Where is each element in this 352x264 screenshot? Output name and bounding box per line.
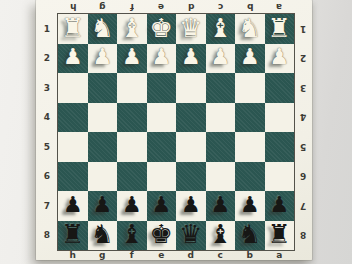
square-h4[interactable] xyxy=(58,103,88,133)
square-c7[interactable]: ♟ xyxy=(206,191,236,221)
square-a3[interactable] xyxy=(265,73,295,103)
file-label-bottom-a: a xyxy=(265,250,295,260)
square-f1[interactable]: ♝ xyxy=(117,14,147,44)
square-g3[interactable] xyxy=(88,73,118,103)
square-c3[interactable] xyxy=(206,73,236,103)
file-label-bottom-c: c xyxy=(206,250,236,260)
piece-black-pawn[interactable]: ♟ xyxy=(92,194,112,216)
rank-label-right-3: 3 xyxy=(294,73,312,103)
piece-black-bishop[interactable]: ♝ xyxy=(120,221,143,247)
square-e4[interactable] xyxy=(147,103,177,133)
piece-black-pawn[interactable]: ♟ xyxy=(122,194,142,216)
square-d7[interactable]: ♟ xyxy=(176,191,206,221)
rank-label-right-7: 7 xyxy=(294,191,312,221)
square-g5[interactable] xyxy=(88,132,118,162)
square-f4[interactable] xyxy=(117,103,147,133)
square-h5[interactable] xyxy=(58,132,88,162)
rank-label-right-2: 2 xyxy=(294,44,312,74)
piece-white-bishop[interactable]: ♝ xyxy=(120,15,143,41)
square-h8[interactable]: ♜ xyxy=(58,221,88,251)
square-h3[interactable] xyxy=(58,73,88,103)
piece-white-pawn[interactable]: ♟ xyxy=(240,46,260,68)
piece-black-pawn[interactable]: ♟ xyxy=(269,194,289,216)
piece-white-pawn[interactable]: ♟ xyxy=(122,46,142,68)
square-c1[interactable]: ♝ xyxy=(206,14,236,44)
piece-white-bishop[interactable]: ♝ xyxy=(209,15,232,41)
square-c2[interactable]: ♟ xyxy=(206,44,236,74)
piece-white-rook[interactable]: ♜ xyxy=(268,15,291,41)
rank-label-right-8: 8 xyxy=(294,221,312,251)
rank-label-left-5: 5 xyxy=(36,132,58,162)
square-a1[interactable]: ♜ xyxy=(265,14,295,44)
piece-black-queen[interactable]: ♛ xyxy=(179,221,202,247)
square-c6[interactable] xyxy=(206,162,236,192)
square-d6[interactable] xyxy=(176,162,206,192)
piece-black-pawn[interactable]: ♟ xyxy=(151,194,171,216)
square-f7[interactable]: ♟ xyxy=(117,191,147,221)
piece-white-pawn[interactable]: ♟ xyxy=(181,46,201,68)
piece-black-pawn[interactable]: ♟ xyxy=(240,194,260,216)
square-b2[interactable]: ♟ xyxy=(235,44,265,74)
square-c4[interactable] xyxy=(206,103,236,133)
square-g6[interactable] xyxy=(88,162,118,192)
piece-black-knight[interactable]: ♞ xyxy=(238,221,261,247)
piece-white-knight[interactable]: ♞ xyxy=(238,15,261,41)
square-b6[interactable] xyxy=(235,162,265,192)
photo-background: hgfedcba hgfedcba 12345678 12345678 ♜♞♝♚… xyxy=(0,0,352,264)
square-g4[interactable] xyxy=(88,103,118,133)
square-a2[interactable]: ♟ xyxy=(265,44,295,74)
square-c5[interactable] xyxy=(206,132,236,162)
rank-label-left-4: 4 xyxy=(36,103,58,133)
square-b1[interactable]: ♞ xyxy=(235,14,265,44)
piece-black-rook[interactable]: ♜ xyxy=(268,221,291,247)
square-e1[interactable]: ♚ xyxy=(147,14,177,44)
square-f2[interactable]: ♟ xyxy=(117,44,147,74)
square-h1[interactable]: ♜ xyxy=(58,14,88,44)
square-f8[interactable]: ♝ xyxy=(117,221,147,251)
file-label-bottom-f: f xyxy=(117,250,147,260)
square-b5[interactable] xyxy=(235,132,265,162)
file-label-bottom-h: h xyxy=(58,250,88,260)
file-label-bottom-b: b xyxy=(235,250,265,260)
square-a6[interactable] xyxy=(265,162,295,192)
chess-board: hgfedcba hgfedcba 12345678 12345678 ♜♞♝♚… xyxy=(36,0,312,260)
square-e7[interactable]: ♟ xyxy=(147,191,177,221)
rank-label-left-2: 2 xyxy=(36,44,58,74)
square-g7[interactable]: ♟ xyxy=(88,191,118,221)
square-e5[interactable] xyxy=(147,132,177,162)
rank-label-left-7: 7 xyxy=(36,191,58,221)
square-f5[interactable] xyxy=(117,132,147,162)
square-a7[interactable]: ♟ xyxy=(265,191,295,221)
square-h7[interactable]: ♟ xyxy=(58,191,88,221)
rank-labels-left: 12345678 xyxy=(36,14,58,250)
square-g1[interactable]: ♞ xyxy=(88,14,118,44)
piece-black-king[interactable]: ♚ xyxy=(150,221,173,247)
square-a4[interactable] xyxy=(265,103,295,133)
rank-label-left-1: 1 xyxy=(36,14,58,44)
square-b7[interactable]: ♟ xyxy=(235,191,265,221)
square-b3[interactable] xyxy=(235,73,265,103)
board-squares: ♜♞♝♚♛♝♞♜♟♟♟♟♟♟♟♟♟♟♟♟♟♟♟♟♜♞♝♚♛♝♞♜ xyxy=(58,14,294,250)
piece-white-pawn[interactable]: ♟ xyxy=(92,46,112,68)
piece-white-rook[interactable]: ♜ xyxy=(61,15,84,41)
square-d2[interactable]: ♟ xyxy=(176,44,206,74)
square-g2[interactable]: ♟ xyxy=(88,44,118,74)
piece-black-bishop[interactable]: ♝ xyxy=(209,221,232,247)
square-a8[interactable]: ♜ xyxy=(265,221,295,251)
piece-white-pawn[interactable]: ♟ xyxy=(210,46,230,68)
square-c8[interactable]: ♝ xyxy=(206,221,236,251)
square-d1[interactable]: ♛ xyxy=(176,14,206,44)
piece-black-pawn[interactable]: ♟ xyxy=(63,194,83,216)
square-b4[interactable] xyxy=(235,103,265,133)
square-d3[interactable] xyxy=(176,73,206,103)
file-label-bottom-d: d xyxy=(176,250,206,260)
square-h2[interactable]: ♟ xyxy=(58,44,88,74)
rank-label-right-1: 1 xyxy=(294,14,312,44)
rank-label-right-6: 6 xyxy=(294,162,312,192)
piece-white-knight[interactable]: ♞ xyxy=(91,15,114,41)
square-e2[interactable]: ♟ xyxy=(147,44,177,74)
square-g8[interactable]: ♞ xyxy=(88,221,118,251)
square-d8[interactable]: ♛ xyxy=(176,221,206,251)
piece-black-pawn[interactable]: ♟ xyxy=(210,194,230,216)
square-d5[interactable] xyxy=(176,132,206,162)
piece-white-pawn[interactable]: ♟ xyxy=(151,46,171,68)
piece-white-king[interactable]: ♚ xyxy=(150,15,173,41)
square-e6[interactable] xyxy=(147,162,177,192)
rank-label-right-5: 5 xyxy=(294,132,312,162)
piece-white-pawn[interactable]: ♟ xyxy=(63,46,83,68)
square-f6[interactable] xyxy=(117,162,147,192)
file-label-bottom-g: g xyxy=(88,250,118,260)
square-f3[interactable] xyxy=(117,73,147,103)
square-e3[interactable] xyxy=(147,73,177,103)
piece-black-knight[interactable]: ♞ xyxy=(91,221,114,247)
piece-white-queen[interactable]: ♛ xyxy=(179,15,202,41)
square-a5[interactable] xyxy=(265,132,295,162)
rank-label-left-6: 6 xyxy=(36,162,58,192)
file-labels-bottom: hgfedcba xyxy=(58,250,294,260)
piece-black-pawn[interactable]: ♟ xyxy=(181,194,201,216)
square-b8[interactable]: ♞ xyxy=(235,221,265,251)
rank-label-left-8: 8 xyxy=(36,221,58,251)
piece-black-rook[interactable]: ♜ xyxy=(61,221,84,247)
square-d4[interactable] xyxy=(176,103,206,133)
square-e8[interactable]: ♚ xyxy=(147,221,177,251)
file-label-bottom-e: e xyxy=(147,250,177,260)
square-h6[interactable] xyxy=(58,162,88,192)
piece-white-pawn[interactable]: ♟ xyxy=(269,46,289,68)
rank-label-left-3: 3 xyxy=(36,73,58,103)
rank-label-right-4: 4 xyxy=(294,103,312,133)
rank-labels-right: 12345678 xyxy=(294,14,312,250)
